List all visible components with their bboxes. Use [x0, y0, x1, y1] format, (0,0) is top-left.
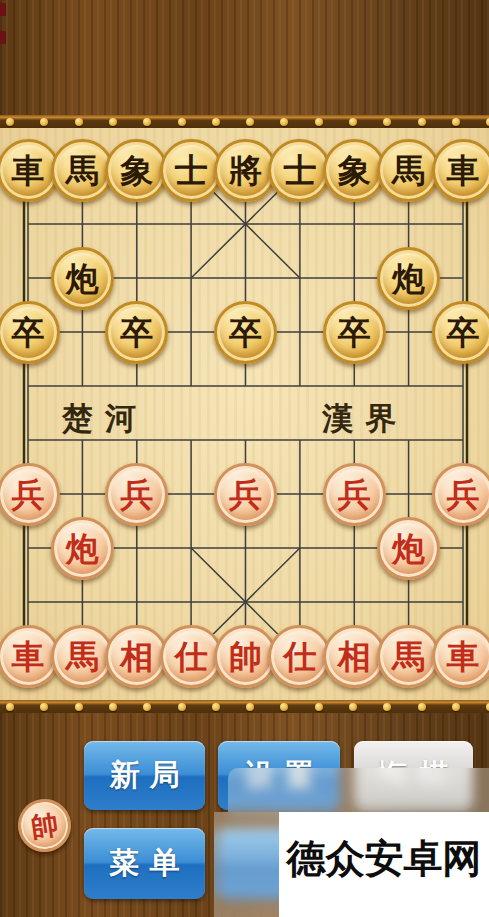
piece-red-p[interactable]: 兵 — [0, 463, 60, 526]
piece-red-p[interactable]: 兵 — [432, 463, 489, 526]
stud-nail-icon — [246, 118, 254, 126]
stud-nail-icon — [6, 118, 14, 126]
stud-nail-icon — [280, 118, 288, 126]
screen-edge-artifact — [0, 3, 6, 16]
stud-nail-icon — [6, 703, 14, 711]
piece-red-p[interactable]: 兵 — [105, 463, 168, 526]
piece-red-p[interactable]: 兵 — [214, 463, 277, 526]
piece-black-a[interactable]: 士 — [268, 139, 331, 202]
xiangqi-board[interactable]: 楚河 漢界 車馬象士將士象馬車炮炮卒卒卒卒卒兵兵兵兵兵炮炮車馬相仕帥仕相馬車 — [0, 128, 489, 705]
stud-nail-icon — [452, 703, 460, 711]
blur-overlay — [228, 768, 489, 814]
piece-red-n[interactable]: 馬 — [377, 625, 440, 688]
stud-nail-icon — [40, 118, 48, 126]
piece-black-c[interactable]: 炮 — [377, 247, 440, 310]
piece-red-c[interactable]: 炮 — [51, 517, 114, 580]
stud-nail-icon — [349, 703, 357, 711]
board-frame-stud-band-bottom — [0, 700, 489, 713]
stud-nail-icon — [109, 703, 117, 711]
stud-nail-icon — [246, 703, 254, 711]
piece-black-p[interactable]: 卒 — [432, 301, 489, 364]
piece-black-p[interactable]: 卒 — [323, 301, 386, 364]
stud-nail-icon — [178, 703, 186, 711]
stud-nail-icon — [75, 118, 83, 126]
stud-nail-icon — [280, 703, 288, 711]
screen-edge-artifact — [0, 31, 6, 44]
piece-red-c[interactable]: 炮 — [377, 517, 440, 580]
stud-nail-icon — [383, 118, 391, 126]
app-screen: 楚河 漢界 車馬象士將士象馬車炮炮卒卒卒卒卒兵兵兵兵兵炮炮車馬相仕帥仕相馬車 新… — [0, 0, 489, 917]
piece-red-r[interactable]: 車 — [432, 625, 489, 688]
piece-black-p[interactable]: 卒 — [105, 301, 168, 364]
piece-red-b[interactable]: 相 — [105, 625, 168, 688]
stud-nail-icon — [178, 118, 186, 126]
stud-nail-icon — [315, 118, 323, 126]
stud-nail-icon — [143, 703, 151, 711]
piece-black-n[interactable]: 馬 — [377, 139, 440, 202]
piece-black-p[interactable]: 卒 — [0, 301, 60, 364]
board-frame-stud-band-top — [0, 115, 489, 128]
stud-nail-icon — [212, 118, 220, 126]
watermark-text: 德众安卓网 — [287, 832, 482, 917]
river-label-left: 楚河 — [62, 398, 148, 440]
stud-nail-icon — [315, 703, 323, 711]
piece-red-a[interactable]: 仕 — [268, 625, 331, 688]
stud-nail-icon — [418, 118, 426, 126]
stud-nail-icon — [143, 118, 151, 126]
stud-nail-icon — [383, 703, 391, 711]
new-game-button[interactable]: 新局 — [84, 741, 205, 810]
piece-black-p[interactable]: 卒 — [214, 301, 277, 364]
stud-nail-icon — [452, 118, 460, 126]
stud-nail-icon — [349, 118, 357, 126]
stud-nail-icon — [109, 118, 117, 126]
blur-overlay — [214, 812, 280, 917]
watermark-box: 德众安卓网 — [279, 812, 489, 917]
stud-nail-icon — [75, 703, 83, 711]
river-label-right: 漢界 — [322, 398, 408, 440]
piece-black-r[interactable]: 車 — [432, 139, 489, 202]
piece-black-c[interactable]: 炮 — [51, 247, 114, 310]
piece-red-p[interactable]: 兵 — [323, 463, 386, 526]
piece-black-b[interactable]: 象 — [105, 139, 168, 202]
menu-button[interactable]: 菜单 — [84, 828, 205, 899]
stud-nail-icon — [40, 703, 48, 711]
stud-nail-icon — [418, 703, 426, 711]
stud-nail-icon — [212, 703, 220, 711]
red-general-turn-indicator: 帥 — [15, 796, 75, 856]
